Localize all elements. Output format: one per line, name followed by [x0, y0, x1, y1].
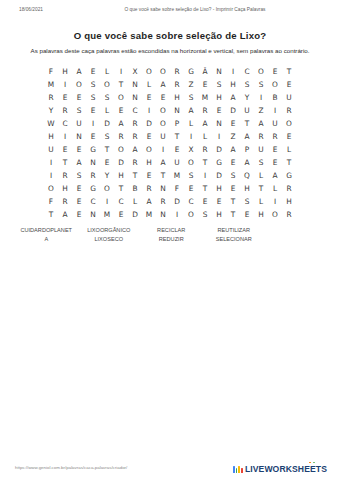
grid-cell-r6c14[interactable]: Z — [226, 130, 240, 143]
grid-cell-r8c18[interactable]: T — [282, 156, 296, 169]
grid-cell-r6c3[interactable]: N — [72, 130, 86, 143]
grid-cell-r9c6[interactable]: H — [114, 169, 128, 182]
grid-cell-r6c4[interactable]: E — [86, 130, 100, 143]
grid-cell-r11c13[interactable]: E — [212, 195, 226, 208]
grid-cell-r10c6[interactable]: T — [114, 182, 128, 195]
grid-cell-r10c17[interactable]: L — [268, 182, 282, 195]
grid-cell-r6c8[interactable]: E — [142, 130, 156, 143]
grid-cell-r4c9[interactable]: O — [156, 104, 170, 117]
print-header: 18/06/2021 O que você sabe sobre seleção… — [0, 0, 340, 17]
grid-cell-r10c12[interactable]: T — [198, 182, 212, 195]
grid-cell-r10c10[interactable]: F — [170, 182, 184, 195]
print-doc-title: O que você sabe sobre seleção de Lixo? -… — [60, 7, 330, 12]
grid-cell-r5c9[interactable]: O — [156, 117, 170, 130]
grid-cell-r8c1[interactable]: I — [44, 156, 58, 169]
grid-cell-r2c3[interactable]: O — [72, 78, 86, 91]
grid-cell-r9c12[interactable]: I — [198, 169, 212, 182]
source-url: https://www.geniol.com.br/palavras/caca-… — [15, 465, 127, 470]
grid-cell-r8c10[interactable]: U — [170, 156, 184, 169]
grid-cell-r3c3[interactable]: E — [72, 91, 86, 104]
grid-cell-r5c13[interactable]: N — [212, 117, 226, 130]
grid-cell-r4c1[interactable]: Y — [44, 104, 58, 117]
grid-cell-r10c4[interactable]: G — [86, 182, 100, 195]
grid-cell-r5c1[interactable]: W — [44, 117, 58, 130]
grid-cell-r8c14[interactable]: E — [226, 156, 240, 169]
grid-cell-r7c17[interactable]: E — [268, 143, 282, 156]
grid-cell-r11c15[interactable]: S — [240, 195, 254, 208]
grid-cell-r8c9[interactable]: A — [156, 156, 170, 169]
accent-dot-icon — [313, 462, 315, 464]
word-list: CUIDARDOPLANETALIXOORGÂNICOLIXOSECORECIC… — [15, 226, 265, 244]
grid-cell-r11c12[interactable]: E — [198, 195, 212, 208]
grid-cell-r10c3[interactable]: E — [72, 182, 86, 195]
grid-cell-r7c11[interactable]: X — [184, 143, 198, 156]
grid-cell-r12c11[interactable]: O — [184, 208, 198, 221]
grid-cell-r10c11[interactable]: E — [184, 182, 198, 195]
grid-cell-r7c5[interactable]: T — [100, 143, 114, 156]
grid-cell-r6c7[interactable]: R — [128, 130, 142, 143]
grid-cell-r4c18[interactable]: R — [282, 104, 296, 117]
grid-cell-r5c12[interactable]: A — [198, 117, 212, 130]
grid-cell-r6c1[interactable]: H — [44, 130, 58, 143]
grid-cell-r8c2[interactable]: T — [58, 156, 72, 169]
grid-cell-r10c18[interactable]: R — [282, 182, 296, 195]
grid-cell-r9c7[interactable]: T — [128, 169, 142, 182]
print-date: 18/06/2021 — [19, 7, 43, 12]
grid-cell-r12c8[interactable]: M — [142, 208, 156, 221]
grid-cell-r7c9[interactable]: I — [156, 143, 170, 156]
grid-cell-r2c4[interactable]: S — [86, 78, 100, 91]
grid-cell-r4c12[interactable]: R — [198, 104, 212, 117]
grid-cell-r8c17[interactable]: E — [268, 156, 282, 169]
grid-cell-r10c1[interactable]: O — [44, 182, 58, 195]
word-list-entry: REUTILIZAR — [203, 226, 266, 235]
grid-cell-r11c4[interactable]: C — [86, 195, 100, 208]
grid-cell-r9c1[interactable]: I — [44, 169, 58, 182]
grid-cell-r6c6[interactable]: R — [114, 130, 128, 143]
word-list-entry: REDUZIR — [140, 235, 203, 244]
grid-cell-r7c4[interactable]: G — [86, 143, 100, 156]
grid-cell-r9c4[interactable]: R — [86, 169, 100, 182]
grid-cell-r2c17[interactable]: O — [268, 78, 282, 91]
grid-cell-r9c16[interactable]: L — [254, 169, 268, 182]
grid-cell-r3c10[interactable]: H — [170, 91, 184, 104]
grid-cell-r6c2[interactable]: I — [58, 130, 72, 143]
grid-cell-r12c15[interactable]: E — [240, 208, 254, 221]
brand-label: LIVEWORKSHEETS — [245, 464, 327, 474]
grid-cell-r6c18[interactable]: E — [282, 130, 296, 143]
grid-cell-r9c11[interactable]: S — [184, 169, 198, 182]
grid-cell-r1c1[interactable]: F — [44, 65, 58, 78]
grid-cell-r12c4[interactable]: N — [86, 208, 100, 221]
grid-cell-r2c12[interactable]: E — [198, 78, 212, 91]
grid-cell-r8c15[interactable]: A — [240, 156, 254, 169]
grid-cell-r1c6[interactable]: I — [114, 65, 128, 78]
grid-cell-r6c13[interactable]: I — [212, 130, 226, 143]
grid-cell-r3c9[interactable]: E — [156, 91, 170, 104]
grid-cell-r3c14[interactable]: A — [226, 91, 240, 104]
brand-name: LIVEWORKSHEETS — [245, 464, 327, 474]
grid-cell-r10c13[interactable]: H — [212, 182, 226, 195]
grid-cell-r2c5[interactable]: O — [100, 78, 114, 91]
grid-cell-r2c15[interactable]: S — [240, 78, 254, 91]
grid-cell-r8c4[interactable]: N — [86, 156, 100, 169]
grid-cell-r4c10[interactable]: N — [170, 104, 184, 117]
grid-cell-r5c14[interactable]: E — [226, 117, 240, 130]
grid-cell-r9c9[interactable]: T — [156, 169, 170, 182]
grid-cell-r5c18[interactable]: O — [282, 117, 296, 130]
grid-cell-r1c13[interactable]: N — [212, 65, 226, 78]
word-list-column-1: CUIDARDOPLANETA — [15, 226, 78, 244]
grid-cell-r1c3[interactable]: A — [72, 65, 86, 78]
grid-cell-r3c18[interactable]: U — [282, 91, 296, 104]
liveworksheets-logo: LIVEWORKSHEETS — [233, 464, 327, 474]
grid-cell-r1c10[interactable]: R — [170, 65, 184, 78]
accent-dot-icon — [309, 462, 311, 464]
grid-cell-r11c10[interactable]: D — [170, 195, 184, 208]
puzzle-title: O que você sabe sobre seleção de Lixo? — [0, 30, 340, 41]
grid-cell-r4c17[interactable]: I — [268, 104, 282, 117]
grid-cell-r12c18[interactable]: R — [282, 208, 296, 221]
grid-cell-r9c10[interactable]: M — [170, 169, 184, 182]
grid-cell-r5c11[interactable]: L — [184, 117, 198, 130]
grid-cell-r3c13[interactable]: H — [212, 91, 226, 104]
grid-cell-r8c5[interactable]: E — [100, 156, 114, 169]
grid-cell-r7c14[interactable]: A — [226, 143, 240, 156]
grid-cell-r4c11[interactable]: A — [184, 104, 198, 117]
word-list-column-3: RECICLARREDUZIR — [140, 226, 203, 244]
grid-cell-r5c6[interactable]: A — [114, 117, 128, 130]
grid-cell-r4c5[interactable]: L — [100, 104, 114, 117]
grid-cell-r11c1[interactable]: F — [44, 195, 58, 208]
grid-cell-r12c10[interactable]: I — [170, 208, 184, 221]
grid-cell-r10c7[interactable]: B — [128, 182, 142, 195]
grid-cell-r11c6[interactable]: C — [114, 195, 128, 208]
grid-cell-r8c12[interactable]: T — [198, 156, 212, 169]
grid-cell-r11c18[interactable]: H — [282, 195, 296, 208]
grid-cell-r2c16[interactable]: S — [254, 78, 268, 91]
word-search-grid[interactable]: FHAELIXOORGÂNICOETMIOSOTNLARZESHSSOEREES… — [44, 65, 296, 221]
grid-cell-r1c16[interactable]: O — [254, 65, 268, 78]
grid-cell-r3c11[interactable]: S — [184, 91, 198, 104]
grid-cell-r7c10[interactable]: E — [170, 143, 184, 156]
grid-cell-r12c9[interactable]: N — [156, 208, 170, 221]
grid-cell-r9c14[interactable]: S — [226, 169, 240, 182]
word-list-entry: LIXOSECO — [78, 235, 141, 244]
grid-cell-r1c5[interactable]: L — [100, 65, 114, 78]
grid-cell-r7c3[interactable]: E — [72, 143, 86, 156]
grid-cell-r9c8[interactable]: E — [142, 169, 156, 182]
grid-cell-r3c6[interactable]: O — [114, 91, 128, 104]
grid-cell-r12c12[interactable]: S — [198, 208, 212, 221]
grid-cell-r5c17[interactable]: U — [268, 117, 282, 130]
grid-cell-r8c13[interactable]: G — [212, 156, 226, 169]
grid-cell-r7c15[interactable]: P — [240, 143, 254, 156]
grid-cell-r3c16[interactable]: I — [254, 91, 268, 104]
grid-cell-r7c8[interactable]: O — [142, 143, 156, 156]
grid-cell-r7c1[interactable]: U — [44, 143, 58, 156]
grid-cell-r3c2[interactable]: E — [58, 91, 72, 104]
grid-cell-r12c3[interactable]: E — [72, 208, 86, 221]
grid-cell-r11c16[interactable]: L — [254, 195, 268, 208]
puzzle-instruction: As palavras deste caça palavras estão es… — [8, 47, 332, 54]
grid-cell-r6c10[interactable]: T — [170, 130, 184, 143]
grid-cell-r7c6[interactable]: O — [114, 143, 128, 156]
grid-cell-r1c12[interactable]: Â — [198, 65, 212, 78]
grid-cell-r12c13[interactable]: H — [212, 208, 226, 221]
grid-cell-r3c1[interactable]: R — [44, 91, 58, 104]
grid-cell-r5c7[interactable]: R — [128, 117, 142, 130]
grid-cell-r9c3[interactable]: S — [72, 169, 86, 182]
grid-cell-r3c7[interactable]: N — [128, 91, 142, 104]
word-list-entry: LIXOORGÂNICO — [78, 226, 141, 235]
grid-cell-r4c3[interactable]: S — [72, 104, 86, 117]
grid-cell-r1c15[interactable]: C — [240, 65, 254, 78]
grid-cell-r3c8[interactable]: E — [142, 91, 156, 104]
grid-cell-r8c8[interactable]: H — [142, 156, 156, 169]
grid-cell-r12c14[interactable]: T — [226, 208, 240, 221]
grid-cell-r10c2[interactable]: H — [58, 182, 72, 195]
word-list-entry: SELECIONAR — [203, 235, 266, 244]
bar-chart-icon — [233, 466, 243, 473]
worksheet-page: 18/06/2021 O que você sabe sobre seleção… — [0, 0, 340, 480]
grid-cell-r11c7[interactable]: L — [128, 195, 142, 208]
grid-cell-r12c1[interactable]: T — [44, 208, 58, 221]
grid-cell-r11c8[interactable]: A — [142, 195, 156, 208]
grid-cell-r11c3[interactable]: E — [72, 195, 86, 208]
grid-cell-r3c5[interactable]: S — [100, 91, 114, 104]
grid-cell-r4c4[interactable]: E — [86, 104, 100, 117]
grid-cell-r7c18[interactable]: L — [282, 143, 296, 156]
grid-cell-r1c7[interactable]: X — [128, 65, 142, 78]
grid-cell-r5c15[interactable]: T — [240, 117, 254, 130]
grid-cell-r10c8[interactable]: R — [142, 182, 156, 195]
grid-cell-r2c11[interactable]: Z — [184, 78, 198, 91]
grid-cell-r3c15[interactable]: Y — [240, 91, 254, 104]
word-list-column-2: LIXOORGÂNICOLIXOSECO — [78, 226, 141, 244]
grid-cell-r2c10[interactable]: R — [170, 78, 184, 91]
grid-cell-r10c5[interactable]: O — [100, 182, 114, 195]
grid-cell-r1c14[interactable]: I — [226, 65, 240, 78]
grid-cell-r5c16[interactable]: A — [254, 117, 268, 130]
grid-cell-r7c12[interactable]: R — [198, 143, 212, 156]
grid-cell-r9c13[interactable]: D — [212, 169, 226, 182]
word-list-entry: A — [15, 235, 78, 244]
grid-cell-r5c5[interactable]: D — [100, 117, 114, 130]
grid-cell-r5c3[interactable]: U — [72, 117, 86, 130]
grid-cell-r12c17[interactable]: O — [268, 208, 282, 221]
grid-cell-r6c11[interactable]: I — [184, 130, 198, 143]
grid-cell-r8c11[interactable]: O — [184, 156, 198, 169]
grid-cell-r1c17[interactable]: E — [268, 65, 282, 78]
grid-cell-r7c13[interactable]: D — [212, 143, 226, 156]
grid-cell-r11c9[interactable]: R — [156, 195, 170, 208]
word-list-entry: RECICLAR — [140, 226, 203, 235]
grid-cell-r10c9[interactable]: N — [156, 182, 170, 195]
grid-cell-r3c4[interactable]: S — [86, 91, 100, 104]
grid-cell-r4c15[interactable]: U — [240, 104, 254, 117]
grid-cell-r11c17[interactable]: I — [268, 195, 282, 208]
grid-cell-r9c15[interactable]: Q — [240, 169, 254, 182]
grid-cell-r10c16[interactable]: T — [254, 182, 268, 195]
grid-cell-r2c2[interactable]: I — [58, 78, 72, 91]
grid-cell-r6c16[interactable]: R — [254, 130, 268, 143]
grid-cell-r7c16[interactable]: U — [254, 143, 268, 156]
grid-cell-r8c3[interactable]: A — [72, 156, 86, 169]
grid-cell-r11c2[interactable]: R — [58, 195, 72, 208]
grid-cell-r4c16[interactable]: Z — [254, 104, 268, 117]
grid-cell-r5c4[interactable]: I — [86, 117, 100, 130]
grid-cell-r1c18[interactable]: T — [282, 65, 296, 78]
grid-cell-r2c9[interactable]: A — [156, 78, 170, 91]
grid-cell-r9c17[interactable]: A — [268, 169, 282, 182]
grid-cell-r12c6[interactable]: E — [114, 208, 128, 221]
grid-cell-r1c4[interactable]: E — [86, 65, 100, 78]
grid-cell-r4c8[interactable]: I — [142, 104, 156, 117]
grid-cell-r6c17[interactable]: R — [268, 130, 282, 143]
grid-cell-r10c14[interactable]: E — [226, 182, 240, 195]
grid-cell-r5c10[interactable]: P — [170, 117, 184, 130]
grid-cell-r9c18[interactable]: G — [282, 169, 296, 182]
grid-cell-r7c7[interactable]: A — [128, 143, 142, 156]
grid-cell-r3c17[interactable]: B — [268, 91, 282, 104]
grid-cell-r3c12[interactable]: M — [198, 91, 212, 104]
grid-cell-r9c2[interactable]: R — [58, 169, 72, 182]
grid-cell-r4c2[interactable]: R — [58, 104, 72, 117]
grid-cell-r11c5[interactable]: I — [100, 195, 114, 208]
grid-cell-r4c6[interactable]: E — [114, 104, 128, 117]
grid-cell-r6c9[interactable]: U — [156, 130, 170, 143]
grid-cell-r4c14[interactable]: D — [226, 104, 240, 117]
grid-cell-r10c15[interactable]: H — [240, 182, 254, 195]
grid-cell-r8c16[interactable]: S — [254, 156, 268, 169]
word-list-column-4: REUTILIZARSELECIONAR — [203, 226, 266, 244]
grid-cell-r9c5[interactable]: Y — [100, 169, 114, 182]
grid-cell-r2c1[interactable]: M — [44, 78, 58, 91]
grid-cell-r1c11[interactable]: G — [184, 65, 198, 78]
word-list-entry: CUIDARDOPLANET — [15, 226, 78, 235]
grid-cell-r6c5[interactable]: S — [100, 130, 114, 143]
grid-cell-r8c7[interactable]: R — [128, 156, 142, 169]
grid-cell-r1c9[interactable]: O — [156, 65, 170, 78]
grid-cell-r12c7[interactable]: D — [128, 208, 142, 221]
grid-cell-r5c2[interactable]: C — [58, 117, 72, 130]
grid-cell-r6c12[interactable]: L — [198, 130, 212, 143]
grid-cell-r7c2[interactable]: E — [58, 143, 72, 156]
grid-cell-r1c2[interactable]: H — [58, 65, 72, 78]
grid-cell-r2c13[interactable]: S — [212, 78, 226, 91]
grid-cell-r5c8[interactable]: D — [142, 117, 156, 130]
grid-cell-r2c14[interactable]: H — [226, 78, 240, 91]
grid-cell-r6c15[interactable]: A — [240, 130, 254, 143]
grid-cell-r11c14[interactable]: T — [226, 195, 240, 208]
grid-cell-r1c8[interactable]: O — [142, 65, 156, 78]
grid-cell-r2c18[interactable]: E — [282, 78, 296, 91]
grid-cell-r2c6[interactable]: T — [114, 78, 128, 91]
grid-cell-r4c7[interactable]: C — [128, 104, 142, 117]
grid-cell-r12c5[interactable]: M — [100, 208, 114, 221]
grid-cell-r12c2[interactable]: A — [58, 208, 72, 221]
grid-cell-r8c6[interactable]: D — [114, 156, 128, 169]
grid-cell-r2c7[interactable]: N — [128, 78, 142, 91]
grid-cell-r4c13[interactable]: E — [212, 104, 226, 117]
grid-cell-r12c16[interactable]: H — [254, 208, 268, 221]
grid-cell-r2c8[interactable]: L — [142, 78, 156, 91]
grid-cell-r11c11[interactable]: C — [184, 195, 198, 208]
